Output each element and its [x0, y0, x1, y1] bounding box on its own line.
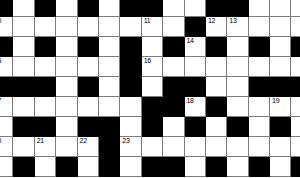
crossword-cell[interactable] — [13, 0, 34, 17]
crossword-cell-black — [142, 97, 163, 117]
crossword-cell[interactable] — [56, 0, 77, 17]
crossword-cell[interactable] — [56, 57, 77, 77]
crossword-cell[interactable]: 12 — [206, 17, 227, 37]
crossword-cell-black — [249, 77, 270, 97]
crossword-cell[interactable] — [99, 97, 120, 117]
crossword-cell[interactable] — [270, 137, 291, 157]
crossword-cell-black — [0, 37, 13, 57]
crossword-cell[interactable] — [163, 17, 184, 37]
crossword-cell-black — [120, 77, 141, 97]
crossword-cell[interactable] — [0, 157, 13, 177]
crossword-cell[interactable] — [249, 97, 270, 117]
crossword-cell[interactable] — [142, 37, 163, 57]
crossword-cell[interactable]: 22 — [78, 137, 99, 157]
crossword-cell[interactable] — [99, 77, 120, 97]
clue-number: 13 — [229, 17, 236, 25]
crossword-cell[interactable] — [163, 0, 184, 17]
crossword-grid: 1011121314151617181920212223 — [0, 0, 300, 177]
crossword-diagram: 1011121314151617181920212223 — [0, 0, 300, 178]
crossword-cell-black — [185, 77, 206, 97]
crossword-cell[interactable] — [249, 117, 270, 137]
crossword-cell[interactable] — [99, 57, 120, 77]
crossword-cell[interactable]: 14 — [185, 37, 206, 57]
crossword-cell[interactable]: 17 — [0, 97, 13, 117]
crossword-cell[interactable] — [13, 37, 34, 57]
crossword-cell[interactable] — [185, 157, 206, 177]
crossword-cell[interactable] — [56, 117, 77, 137]
crossword-cell[interactable] — [185, 57, 206, 77]
crossword-cell[interactable] — [227, 77, 248, 97]
crossword-cell[interactable] — [163, 117, 184, 137]
crossword-cell[interactable] — [120, 97, 141, 117]
crossword-cell-black — [13, 117, 34, 137]
crossword-cell-black — [78, 0, 99, 17]
crossword-cell[interactable] — [291, 17, 300, 37]
crossword-cell[interactable] — [56, 77, 77, 97]
crossword-cell[interactable] — [270, 0, 291, 17]
crossword-cell[interactable]: 10 — [0, 17, 13, 37]
crossword-cell-black — [270, 77, 291, 97]
crossword-cell[interactable] — [291, 117, 300, 137]
crossword-cell[interactable] — [78, 157, 99, 177]
crossword-cell-black — [35, 37, 56, 57]
crossword-cell[interactable] — [13, 57, 34, 77]
crossword-cell[interactable] — [185, 0, 206, 17]
crossword-cell-black — [291, 37, 300, 57]
crossword-cell[interactable] — [56, 17, 77, 37]
crossword-cell[interactable]: 21 — [35, 137, 56, 157]
crossword-cell[interactable] — [206, 77, 227, 97]
crossword-cell-black — [35, 0, 56, 17]
crossword-cell-black — [142, 117, 163, 137]
crossword-cell[interactable] — [120, 17, 141, 37]
crossword-cell-black — [13, 77, 34, 97]
crossword-cell[interactable]: 19 — [270, 97, 291, 117]
crossword-cell[interactable] — [35, 57, 56, 77]
clue-number: 22 — [80, 137, 87, 145]
crossword-cell-black — [206, 0, 227, 17]
crossword-cell[interactable] — [185, 137, 206, 157]
crossword-cell[interactable] — [249, 137, 270, 157]
crossword-cell[interactable]: 23 — [120, 137, 141, 157]
crossword-cell[interactable] — [35, 157, 56, 177]
crossword-cell-black — [249, 37, 270, 57]
crossword-cell-black — [163, 37, 184, 57]
crossword-cell[interactable] — [99, 0, 120, 17]
crossword-cell[interactable]: 20 — [0, 137, 13, 157]
crossword-cell[interactable] — [270, 57, 291, 77]
clue-number: 15 — [0, 57, 1, 65]
crossword-cell[interactable] — [13, 97, 34, 117]
crossword-cell-black — [78, 77, 99, 97]
crossword-cell-black — [99, 157, 120, 177]
crossword-cell-black — [227, 0, 248, 17]
crossword-cell-black — [163, 77, 184, 97]
crossword-cell[interactable] — [249, 0, 270, 17]
crossword-cell[interactable]: 11 — [142, 17, 163, 37]
crossword-cell[interactable] — [56, 37, 77, 57]
clue-number: 20 — [0, 137, 1, 145]
crossword-cell-black — [0, 77, 13, 97]
crossword-cell[interactable] — [227, 137, 248, 157]
crossword-cell[interactable] — [249, 57, 270, 77]
crossword-cell-black — [99, 137, 120, 157]
crossword-cell[interactable] — [99, 37, 120, 57]
crossword-cell[interactable] — [270, 17, 291, 37]
clue-number: 10 — [0, 17, 1, 25]
crossword-cell-black — [142, 157, 163, 177]
crossword-cell[interactable] — [142, 77, 163, 97]
clue-number: 16 — [144, 57, 151, 65]
crossword-cell[interactable] — [291, 0, 300, 17]
crossword-cell-black — [163, 157, 184, 177]
crossword-cell[interactable] — [78, 97, 99, 117]
crossword-cell[interactable] — [56, 137, 77, 157]
crossword-cell[interactable] — [291, 57, 300, 77]
clue-number: 17 — [0, 97, 1, 105]
crossword-cell[interactable] — [13, 137, 34, 157]
crossword-cell[interactable] — [163, 137, 184, 157]
crossword-cell[interactable] — [99, 17, 120, 37]
crossword-cell-black — [78, 117, 99, 137]
crossword-cell-black — [120, 0, 141, 17]
crossword-cell[interactable] — [56, 97, 77, 117]
crossword-cell[interactable] — [249, 17, 270, 37]
crossword-cell[interactable]: 18 — [185, 97, 206, 117]
crossword-cell[interactable] — [227, 57, 248, 77]
crossword-cell-black — [163, 97, 184, 117]
crossword-cell-black — [206, 97, 227, 117]
crossword-cell-black — [206, 37, 227, 57]
crossword-cell[interactable] — [35, 17, 56, 37]
crossword-cell-black — [0, 0, 13, 17]
clue-number: 12 — [208, 17, 215, 25]
clue-number: 18 — [187, 97, 194, 105]
crossword-cell[interactable] — [291, 97, 300, 117]
crossword-cell[interactable]: 15 — [0, 57, 13, 77]
crossword-cell[interactable] — [291, 137, 300, 157]
crossword-cell-black — [291, 157, 300, 177]
crossword-cell-black — [99, 117, 120, 137]
crossword-cell-black — [227, 117, 248, 137]
crossword-cell-black — [78, 37, 99, 57]
crossword-cell-black — [120, 37, 141, 57]
crossword-cell-black — [185, 117, 206, 137]
crossword-cell[interactable] — [120, 157, 141, 177]
crossword-cell[interactable] — [270, 157, 291, 177]
crossword-cell[interactable] — [142, 137, 163, 157]
crossword-cell[interactable] — [78, 57, 99, 77]
crossword-cell-black — [291, 77, 300, 97]
crossword-cell-black — [185, 17, 206, 37]
crossword-cell[interactable] — [206, 57, 227, 77]
crossword-cell[interactable] — [35, 97, 56, 117]
clue-number: 23 — [122, 137, 129, 145]
crossword-cell[interactable] — [163, 57, 184, 77]
clue-number: 19 — [272, 97, 279, 105]
crossword-cell[interactable] — [227, 37, 248, 57]
crossword-cell-black — [35, 77, 56, 97]
crossword-cell[interactable]: 16 — [142, 57, 163, 77]
crossword-cell[interactable] — [206, 137, 227, 157]
crossword-cell-black — [142, 0, 163, 17]
clue-number: 14 — [187, 37, 194, 45]
crossword-cell[interactable]: 13 — [227, 17, 248, 37]
crossword-cell[interactable] — [227, 157, 248, 177]
crossword-cell[interactable] — [13, 17, 34, 37]
crossword-cell-black — [120, 57, 141, 77]
crossword-cell[interactable] — [270, 37, 291, 57]
clue-number: 11 — [144, 17, 151, 25]
crossword-cell[interactable] — [78, 17, 99, 37]
crossword-cell-black — [270, 117, 291, 137]
crossword-cell[interactable] — [120, 117, 141, 137]
crossword-cell-black — [13, 157, 34, 177]
crossword-cell-black — [249, 157, 270, 177]
crossword-cell[interactable] — [206, 117, 227, 137]
crossword-cell[interactable] — [0, 117, 13, 137]
crossword-cell-black — [35, 117, 56, 137]
crossword-cell-black — [56, 157, 77, 177]
clue-number: 21 — [37, 137, 44, 145]
crossword-cell-black — [206, 157, 227, 177]
crossword-cell[interactable] — [227, 97, 248, 117]
